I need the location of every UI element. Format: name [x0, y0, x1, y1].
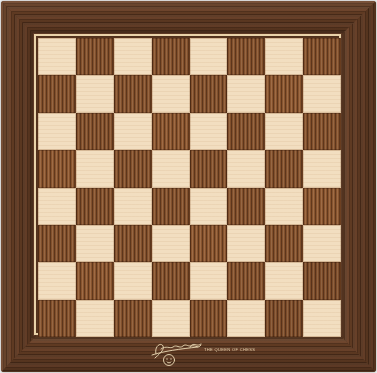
square-e6[interactable] — [190, 113, 228, 150]
square-a4[interactable] — [38, 188, 76, 225]
square-h6[interactable] — [303, 113, 341, 150]
square-h2[interactable] — [303, 262, 341, 299]
square-a1[interactable] — [38, 300, 76, 337]
square-h3[interactable] — [303, 225, 341, 262]
square-f2[interactable] — [227, 262, 265, 299]
square-e7[interactable] — [190, 75, 228, 112]
square-f5[interactable] — [227, 150, 265, 187]
square-g4[interactable] — [265, 188, 303, 225]
square-b1[interactable] — [76, 300, 114, 337]
square-b2[interactable] — [76, 262, 114, 299]
square-d7[interactable] — [152, 75, 190, 112]
square-a7[interactable] — [38, 75, 76, 112]
square-d4[interactable] — [152, 188, 190, 225]
square-g1[interactable] — [265, 300, 303, 337]
square-c1[interactable] — [114, 300, 152, 337]
square-f8[interactable] — [227, 38, 265, 75]
square-h1[interactable] — [303, 300, 341, 337]
square-h5[interactable] — [303, 150, 341, 187]
square-c7[interactable] — [114, 75, 152, 112]
square-h8[interactable] — [303, 38, 341, 75]
board-frame-left — [1, 1, 37, 372]
square-c2[interactable] — [114, 262, 152, 299]
square-c4[interactable] — [114, 188, 152, 225]
square-c5[interactable] — [114, 150, 152, 187]
square-b5[interactable] — [76, 150, 114, 187]
square-d1[interactable] — [152, 300, 190, 337]
square-e8[interactable] — [190, 38, 228, 75]
square-c8[interactable] — [114, 38, 152, 75]
square-a8[interactable] — [38, 38, 76, 75]
square-e1[interactable] — [190, 300, 228, 337]
square-a6[interactable] — [38, 113, 76, 150]
square-f6[interactable] — [227, 113, 265, 150]
square-d6[interactable] — [152, 113, 190, 150]
square-g5[interactable] — [265, 150, 303, 187]
square-b6[interactable] — [76, 113, 114, 150]
square-b3[interactable] — [76, 225, 114, 262]
square-f4[interactable] — [227, 188, 265, 225]
square-c3[interactable] — [114, 225, 152, 262]
square-d8[interactable] — [152, 38, 190, 75]
square-c6[interactable] — [114, 113, 152, 150]
square-b8[interactable] — [76, 38, 114, 75]
signature: THE QUEEN OF CHESS — [146, 335, 264, 371]
square-a2[interactable] — [38, 262, 76, 299]
square-d5[interactable] — [152, 150, 190, 187]
square-a3[interactable] — [38, 225, 76, 262]
square-e5[interactable] — [190, 150, 228, 187]
square-g8[interactable] — [265, 38, 303, 75]
board-frame-right — [339, 1, 376, 372]
square-d3[interactable] — [152, 225, 190, 262]
square-b4[interactable] — [76, 188, 114, 225]
chess-board-photo: THE QUEEN OF CHESS — [1, 1, 376, 372]
square-b7[interactable] — [76, 75, 114, 112]
square-h7[interactable] — [303, 75, 341, 112]
square-e2[interactable] — [190, 262, 228, 299]
square-g7[interactable] — [265, 75, 303, 112]
square-h4[interactable] — [303, 188, 341, 225]
square-g3[interactable] — [265, 225, 303, 262]
square-d2[interactable] — [152, 262, 190, 299]
square-f3[interactable] — [227, 225, 265, 262]
square-e3[interactable] — [190, 225, 228, 262]
square-g2[interactable] — [265, 262, 303, 299]
square-f1[interactable] — [227, 300, 265, 337]
square-a5[interactable] — [38, 150, 76, 187]
square-g6[interactable] — [265, 113, 303, 150]
square-e4[interactable] — [190, 188, 228, 225]
chess-board — [38, 38, 341, 337]
signature-tagline: THE QUEEN OF CHESS — [204, 347, 255, 352]
board-frame-top — [1, 1, 376, 37]
signature-graphic: THE QUEEN OF CHESS — [146, 335, 264, 371]
square-f7[interactable] — [227, 75, 265, 112]
